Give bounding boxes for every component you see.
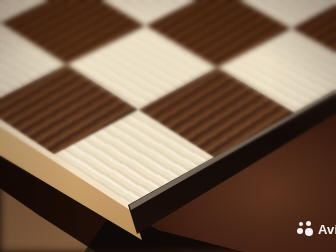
avito-dot-3 [297, 228, 303, 234]
depth-of-field-blur-mid [0, 0, 336, 252]
avito-dot-1 [299, 222, 303, 226]
avito-dot-2 [306, 221, 311, 226]
watermark-text: Avi [318, 222, 336, 237]
avito-watermark: Avi [297, 221, 336, 238]
avito-dot-4 [305, 228, 313, 236]
chessboard-photo: Avi [0, 0, 336, 252]
avito-logo-icon [297, 221, 314, 238]
